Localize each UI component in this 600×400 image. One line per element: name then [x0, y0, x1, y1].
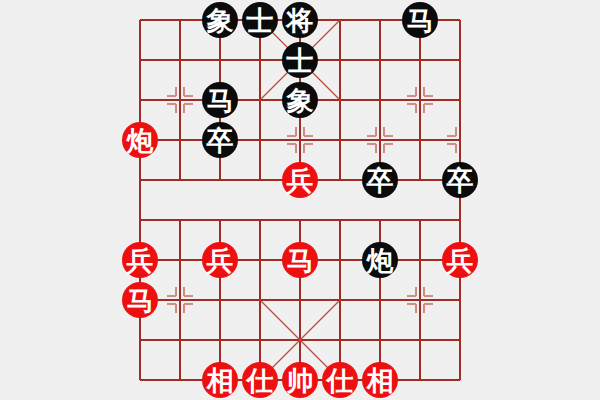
piece-red-elephant[interactable]: 相	[202, 362, 238, 398]
board-pieces: 象士将马士马象炮卒兵卒卒兵兵马炮兵马相仕帅仕相	[120, 0, 480, 400]
piece-red-general[interactable]: 帅	[282, 362, 318, 398]
piece-red-advisor[interactable]: 仕	[242, 362, 278, 398]
piece-red-soldier[interactable]: 兵	[122, 242, 158, 278]
piece-red-horse[interactable]: 马	[282, 242, 318, 278]
xiangqi-board: 象士将马士马象炮卒兵卒卒兵兵马炮兵马相仕帅仕相	[0, 0, 600, 400]
piece-red-horse[interactable]: 马	[122, 282, 158, 318]
piece-black-cannon[interactable]: 炮	[362, 242, 398, 278]
piece-black-advisor[interactable]: 士	[242, 2, 278, 38]
piece-black-soldier[interactable]: 卒	[202, 122, 238, 158]
piece-black-elephant[interactable]: 象	[282, 82, 318, 118]
piece-black-horse[interactable]: 马	[202, 82, 238, 118]
piece-red-soldier[interactable]: 兵	[202, 242, 238, 278]
piece-red-cannon[interactable]: 炮	[122, 122, 158, 158]
piece-black-elephant[interactable]: 象	[202, 2, 238, 38]
piece-black-soldier[interactable]: 卒	[442, 162, 478, 198]
piece-red-soldier[interactable]: 兵	[442, 242, 478, 278]
piece-black-advisor[interactable]: 士	[282, 42, 318, 78]
piece-red-advisor[interactable]: 仕	[322, 362, 358, 398]
piece-red-elephant[interactable]: 相	[362, 362, 398, 398]
piece-black-soldier[interactable]: 卒	[362, 162, 398, 198]
piece-black-general[interactable]: 将	[282, 2, 318, 38]
piece-black-horse[interactable]: 马	[402, 2, 438, 38]
piece-red-soldier[interactable]: 兵	[282, 162, 318, 198]
